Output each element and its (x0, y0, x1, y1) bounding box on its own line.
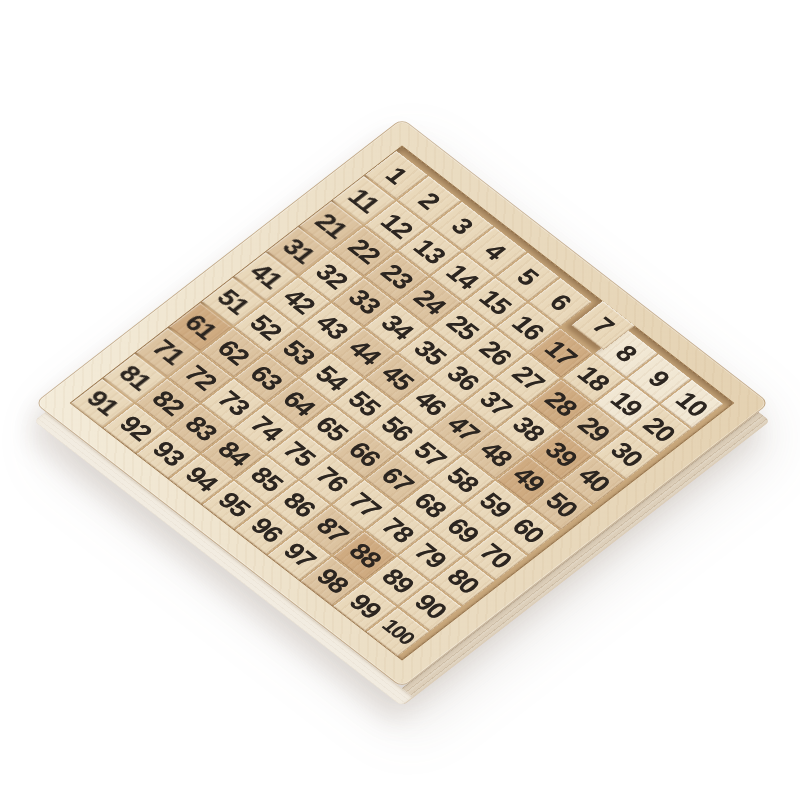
tile-number: 66 (342, 437, 387, 472)
tile-number: 93 (146, 437, 191, 472)
tile-number: 52 (244, 310, 289, 345)
tile-tray: 1234567891011121314151617181920212223242… (70, 145, 735, 660)
tile-number: 37 (473, 386, 518, 421)
tile-number: 9 (642, 365, 676, 391)
tile-number: 44 (342, 335, 387, 370)
tile-number: 15 (473, 285, 518, 320)
tile-number: 22 (342, 234, 387, 269)
board-shadow-wrapper: 1234567891011121314151617181920212223242… (0, 0, 800, 800)
tile-number: 88 (342, 538, 387, 573)
tile-number: 46 (407, 386, 452, 421)
tile-number: 64 (276, 386, 321, 421)
tile-number: 61 (178, 310, 223, 345)
tile-number: 30 (604, 437, 649, 472)
tile-number: 36 (440, 361, 485, 396)
tile-number: 98 (310, 564, 355, 599)
tile-number: 38 (506, 412, 551, 447)
tile-number: 72 (178, 360, 223, 395)
tile-number: 62 (211, 335, 256, 370)
tile-number: 63 (244, 361, 289, 396)
tile-number: 73 (211, 386, 256, 421)
tile-number: 51 (211, 284, 256, 319)
tile-grid: 1234567891011121314151617181920212223242… (71, 151, 723, 656)
tile-number: 81 (113, 360, 158, 395)
board-frame: 1234567891011121314151617181920212223242… (34, 118, 769, 688)
tile-number: 50 (539, 488, 584, 523)
tile-number: 90 (408, 589, 453, 624)
tile-number: 7 (586, 312, 620, 338)
tile-number: 20 (637, 412, 682, 447)
tile-number: 39 (539, 437, 584, 472)
hundred-board: 1234567891011121314151617181920212223242… (34, 118, 769, 688)
tile-number: 74 (244, 411, 289, 446)
tile-number: 42 (276, 285, 321, 320)
tile-number: 87 (310, 513, 355, 548)
tile-number: 12 (374, 209, 419, 244)
tile-number: 41 (243, 259, 288, 294)
tile-number: 71 (145, 335, 190, 370)
tile-number: 75 (277, 437, 322, 472)
product-photo-background: 1234567891011121314151617181920212223242… (0, 0, 800, 800)
tile-number: 10 (669, 387, 714, 422)
tile-number: 65 (309, 411, 354, 446)
tile-number: 21 (309, 208, 354, 243)
tile-number: 92 (113, 411, 158, 446)
tile-number: 25 (440, 310, 485, 345)
tile-number: 84 (211, 437, 256, 472)
tile-number: 49 (506, 463, 551, 498)
tile-number: 8 (609, 340, 643, 366)
tile-number: 68 (408, 488, 453, 523)
tile-number: 79 (408, 538, 453, 573)
tile-number: 3 (445, 213, 479, 239)
tile-number: 100 (376, 615, 419, 648)
tile-number: 55 (342, 386, 387, 421)
tile-number: 35 (407, 336, 452, 371)
tile-number: 54 (309, 361, 354, 396)
tile-number: 57 (408, 437, 453, 472)
tile-number: 78 (375, 513, 420, 548)
tile-number: 53 (276, 335, 321, 370)
tile-number: 85 (244, 462, 289, 497)
tile-number: 24 (407, 285, 452, 320)
tile-number: 6 (543, 289, 577, 315)
tile-number: 76 (309, 462, 354, 497)
tile-number: 47 (440, 412, 485, 447)
tile-number: 1 (379, 162, 413, 188)
tile-number: 11 (342, 184, 386, 218)
tile-number: 58 (440, 462, 485, 497)
tile-number: 82 (146, 386, 191, 421)
tile-number: 86 (277, 488, 322, 523)
tile-number: 32 (309, 259, 354, 294)
tile-number: 91 (80, 386, 125, 421)
tile-number: 5 (511, 264, 545, 290)
tile-number: 96 (244, 513, 289, 548)
tile-number: 89 (375, 564, 420, 599)
tile-number: 34 (374, 310, 419, 345)
tile-number: 2 (412, 187, 446, 213)
tile-number: 69 (441, 513, 486, 548)
tile-number: 16 (505, 310, 550, 345)
tile-number: 60 (506, 513, 551, 548)
tile-number: 94 (178, 462, 223, 497)
tile-number: 56 (375, 412, 420, 447)
tile-number: 43 (309, 310, 354, 345)
tile-number: 14 (440, 259, 485, 294)
tile-number: 45 (375, 361, 420, 396)
tile-number: 83 (178, 411, 223, 446)
tile-number: 80 (441, 564, 486, 599)
tile-number: 13 (407, 234, 452, 269)
tile-number: 17 (538, 336, 583, 371)
tile-number: 19 (604, 387, 649, 422)
tile-number: 97 (277, 538, 322, 573)
tile-number: 40 (571, 463, 616, 498)
tile-number: 95 (211, 487, 256, 522)
tile-number: 4 (478, 238, 512, 264)
tile-number: 23 (374, 259, 419, 294)
tile-number: 99 (343, 589, 388, 624)
tile-number: 70 (473, 539, 518, 574)
tile-number: 26 (473, 336, 518, 371)
tile-number: 27 (506, 361, 551, 396)
tile-number: 48 (473, 437, 518, 472)
tile-number: 29 (571, 412, 616, 447)
tile-number: 31 (276, 234, 321, 269)
tile-number: 67 (375, 462, 420, 497)
tile-number: 59 (473, 488, 518, 523)
tile-number: 33 (342, 285, 387, 320)
tile-number: 77 (342, 488, 387, 523)
tile-number: 18 (571, 361, 616, 396)
tile-number: 28 (538, 386, 583, 421)
